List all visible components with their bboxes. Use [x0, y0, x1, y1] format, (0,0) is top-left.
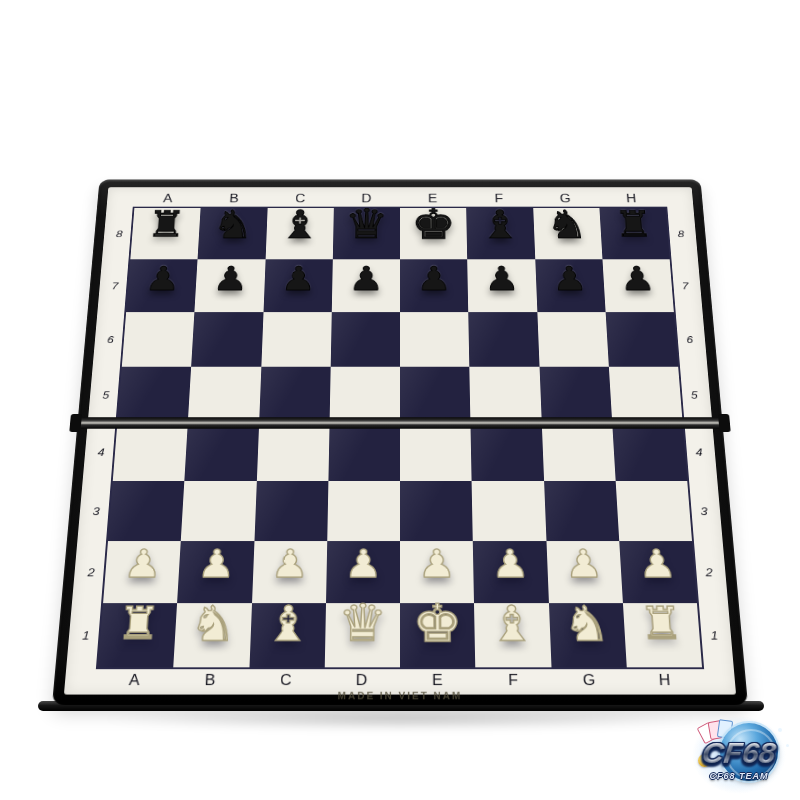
chess-board: ABCDEFGH8♜♞♝♛♚♝♞♜87♟♟♟♟♟♟♟♟7665544332♟♟♟… — [52, 179, 748, 705]
square-h6[interactable] — [605, 312, 678, 367]
piece-black-pawn[interactable]: ♟ — [195, 253, 265, 306]
square-c8[interactable]: ♝ — [265, 208, 333, 259]
square-b3[interactable] — [181, 481, 256, 541]
piece-white-pawn[interactable]: ♟ — [252, 533, 327, 595]
rank-label-8-right: 8 — [666, 208, 697, 259]
piece-white-pawn[interactable]: ♟ — [546, 533, 623, 595]
piece-black-knight[interactable]: ♞ — [198, 199, 267, 250]
square-g4[interactable] — [541, 423, 615, 481]
square-d5[interactable] — [329, 367, 400, 423]
piece-white-pawn[interactable]: ♟ — [104, 533, 182, 595]
piece-black-rook[interactable]: ♜ — [599, 199, 669, 250]
square-a7[interactable]: ♟ — [126, 259, 198, 312]
corner-bottom-right — [702, 667, 734, 692]
square-c4[interactable] — [256, 423, 329, 481]
square-b5[interactable] — [188, 367, 261, 423]
piece-white-queen[interactable]: ♛ — [325, 591, 400, 655]
square-h8[interactable]: ♜ — [599, 208, 669, 259]
square-f1[interactable]: ♝ — [474, 603, 551, 667]
file-label-f-bottom: F — [476, 667, 553, 692]
square-d7[interactable]: ♟ — [332, 259, 400, 312]
piece-white-bishop[interactable]: ♝ — [474, 591, 551, 655]
piece-black-bishop[interactable]: ♝ — [266, 199, 334, 250]
frame-embossed-text: MADE IN VIET NAM — [52, 691, 748, 704]
square-h3[interactable] — [615, 481, 692, 541]
square-e6[interactable] — [400, 312, 470, 367]
square-h7[interactable]: ♟ — [602, 259, 674, 312]
square-f5[interactable] — [470, 367, 542, 423]
square-a3[interactable] — [108, 481, 185, 541]
rank-label-3-right: 3 — [687, 481, 720, 541]
square-b8[interactable]: ♞ — [198, 208, 267, 259]
corner-bottom-left — [66, 667, 98, 692]
piece-white-knight[interactable]: ♞ — [548, 591, 626, 655]
piece-white-pawn[interactable]: ♟ — [400, 533, 474, 595]
board-shadow — [95, 708, 705, 730]
square-e4[interactable] — [400, 423, 472, 481]
rank-label-1-right: 1 — [697, 603, 732, 667]
sparkle-icon — [778, 728, 782, 732]
piece-black-bishop[interactable]: ♝ — [466, 199, 534, 250]
square-c7[interactable]: ♟ — [263, 259, 333, 312]
square-a4[interactable] — [113, 423, 188, 481]
square-a8[interactable]: ♜ — [130, 208, 200, 259]
piece-white-rook[interactable]: ♜ — [99, 591, 178, 655]
square-f3[interactable] — [472, 481, 546, 541]
file-label-g-bottom: G — [551, 667, 628, 692]
square-e8[interactable]: ♚ — [400, 208, 467, 259]
rank-label-7-right: 7 — [670, 259, 701, 312]
square-b7[interactable]: ♟ — [195, 259, 266, 312]
piece-white-king[interactable]: ♚ — [400, 591, 475, 655]
square-d3[interactable] — [327, 481, 400, 541]
piece-black-pawn[interactable]: ♟ — [127, 253, 198, 306]
watermark-brand-text: CF68 — [676, 738, 800, 768]
piece-white-pawn[interactable]: ♟ — [326, 533, 400, 595]
board-grid: ABCDEFGH8♜♞♝♛♚♝♞♜87♟♟♟♟♟♟♟♟7665544332♟♟♟… — [66, 189, 734, 693]
piece-white-pawn[interactable]: ♟ — [619, 533, 697, 595]
square-c6[interactable] — [261, 312, 332, 367]
file-label-b-bottom: B — [172, 667, 249, 692]
piece-black-pawn[interactable]: ♟ — [332, 253, 400, 306]
square-g5[interactable] — [539, 367, 612, 423]
fold-seam — [72, 417, 727, 428]
piece-black-pawn[interactable]: ♟ — [400, 253, 468, 306]
square-b6[interactable] — [191, 312, 263, 367]
square-g8[interactable]: ♞ — [533, 208, 602, 259]
board-surface: ABCDEFGH8♜♞♝♛♚♝♞♜87♟♟♟♟♟♟♟♟7665544332♟♟♟… — [64, 187, 736, 694]
square-h5[interactable] — [609, 367, 683, 423]
piece-white-rook[interactable]: ♜ — [622, 591, 701, 655]
square-a6[interactable] — [122, 312, 195, 367]
square-a5[interactable] — [117, 367, 191, 423]
square-c5[interactable] — [259, 367, 331, 423]
square-e1[interactable]: ♚ — [400, 603, 476, 667]
piece-black-knight[interactable]: ♞ — [532, 199, 601, 250]
piece-white-pawn[interactable]: ♟ — [178, 533, 255, 595]
piece-black-pawn[interactable]: ♟ — [263, 253, 332, 306]
square-c3[interactable] — [254, 481, 328, 541]
square-d4[interactable] — [328, 423, 400, 481]
file-label-e-bottom: E — [400, 667, 476, 692]
hinge-right — [718, 414, 731, 432]
square-e7[interactable]: ♟ — [400, 259, 468, 312]
corner-top-left — [108, 189, 136, 208]
square-d1[interactable]: ♛ — [324, 603, 400, 667]
square-g1[interactable]: ♞ — [548, 603, 626, 667]
piece-black-queen[interactable]: ♛ — [333, 199, 400, 250]
file-label-a-bottom: A — [96, 667, 174, 692]
hinge-left — [69, 414, 82, 432]
square-h1[interactable]: ♜ — [623, 603, 702, 667]
piece-white-knight[interactable]: ♞ — [174, 591, 252, 655]
square-f7[interactable]: ♟ — [467, 259, 537, 312]
rank-label-4-right: 4 — [683, 423, 716, 481]
square-e5[interactable] — [400, 367, 471, 423]
file-label-c-bottom: C — [248, 667, 325, 692]
square-f4[interactable] — [471, 423, 544, 481]
square-h4[interactable] — [612, 423, 687, 481]
square-a1[interactable]: ♜ — [98, 603, 177, 667]
rank-label-2-right: 2 — [692, 541, 726, 603]
piece-black-rook[interactable]: ♜ — [131, 199, 201, 250]
corner-top-right — [664, 189, 692, 208]
rank-label-6-right: 6 — [674, 312, 706, 367]
square-b1[interactable]: ♞ — [173, 603, 251, 667]
square-g7[interactable]: ♟ — [535, 259, 606, 312]
piece-black-pawn[interactable]: ♟ — [535, 253, 605, 306]
square-d6[interactable] — [330, 312, 400, 367]
piece-black-pawn[interactable]: ♟ — [602, 253, 673, 306]
piece-white-pawn[interactable]: ♟ — [473, 533, 548, 595]
square-c1[interactable]: ♝ — [249, 603, 326, 667]
piece-black-king[interactable]: ♚ — [400, 199, 467, 250]
watermark-logo: CF68 CF68 TEAM — [678, 718, 800, 796]
watermark-subtitle-text: CF68 TEAM — [678, 771, 800, 781]
square-b4[interactable] — [185, 423, 259, 481]
file-label-h-bottom: H — [627, 667, 705, 692]
rank-label-6-left: 6 — [94, 312, 126, 367]
square-f6[interactable] — [468, 312, 539, 367]
piece-white-bishop[interactable]: ♝ — [249, 591, 326, 655]
square-f8[interactable]: ♝ — [466, 208, 534, 259]
square-d8[interactable]: ♛ — [333, 208, 400, 259]
piece-black-pawn[interactable]: ♟ — [467, 253, 536, 306]
square-g6[interactable] — [537, 312, 609, 367]
rank-label-8-left: 8 — [104, 208, 135, 259]
square-e3[interactable] — [400, 481, 473, 541]
rank-label-7-left: 7 — [99, 259, 130, 312]
photo-stage: ABCDEFGH8♜♞♝♛♚♝♞♜87♟♟♟♟♟♟♟♟7665544332♟♟♟… — [0, 0, 800, 800]
rank-label-5-right: 5 — [678, 367, 710, 423]
square-g3[interactable] — [544, 481, 619, 541]
file-label-d-bottom: D — [324, 667, 400, 692]
